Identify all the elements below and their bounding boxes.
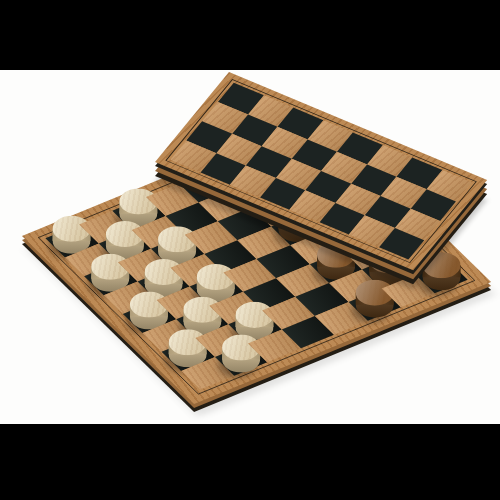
product-photo-stage <box>0 0 500 500</box>
letterbox-bottom-bar <box>0 424 500 500</box>
letterbox-top-bar <box>0 0 500 70</box>
